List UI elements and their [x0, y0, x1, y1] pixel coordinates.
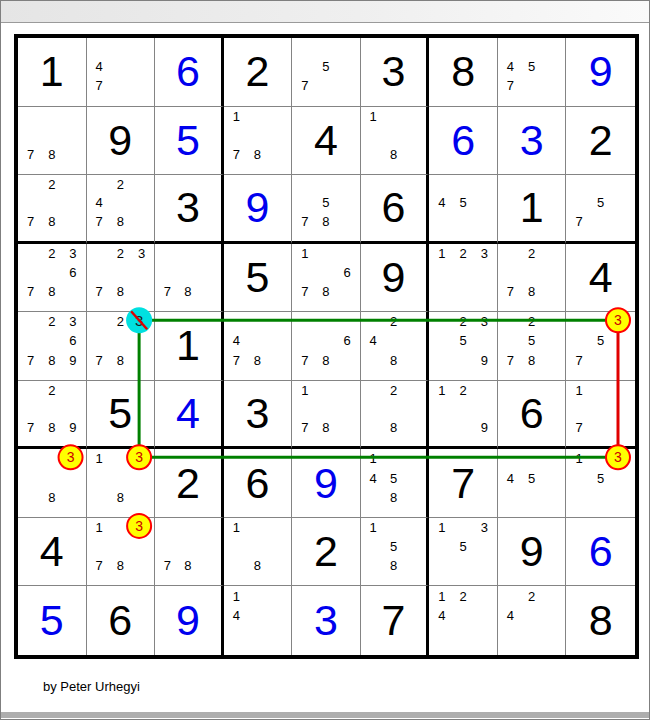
cell-r7c5[interactable]: 9: [292, 449, 361, 518]
candidate-digit: 4: [89, 194, 110, 213]
candidate-slot-empty: [611, 449, 633, 468]
candidate-slot-empty: [20, 399, 41, 418]
candidate-slot-empty: [453, 606, 474, 626]
candidate-slot-empty: [431, 312, 452, 331]
candidate-digit: 7: [20, 418, 41, 437]
candidate-slot-empty: [315, 38, 336, 57]
candidate-slot-empty: [315, 175, 336, 194]
candidate-slot-empty: [110, 76, 131, 95]
candidate-slot-empty: [131, 212, 152, 231]
candidate-digit: 8: [315, 418, 336, 437]
candidate-slot-empty: [20, 312, 41, 331]
candidate-slot-empty: [226, 537, 247, 556]
given-digit: 1: [498, 175, 566, 241]
cell-r8c2[interactable]: 178: [87, 518, 156, 587]
cell-r2c2[interactable]: 9: [87, 107, 156, 176]
cell-r3c1[interactable]: 278: [18, 175, 87, 244]
candidate-grid: 1678: [292, 244, 360, 312]
candidate-slot-empty: [268, 331, 289, 350]
candidate-grid: 24: [498, 586, 566, 655]
candidate-digit: 8: [178, 556, 199, 575]
cell-r1c8[interactable]: 457: [498, 38, 567, 107]
candidate-digit: 7: [294, 282, 315, 301]
candidate-digit: 8: [247, 145, 268, 164]
candidate-digit: 8: [110, 282, 131, 301]
candidate-digit: 5: [383, 469, 404, 488]
candidate-digit: 7: [568, 351, 590, 370]
candidate-digit: 7: [226, 351, 247, 370]
cell-r3c3[interactable]: 3: [155, 175, 224, 244]
cell-r2c9[interactable]: 2: [566, 107, 635, 176]
candidate-slot-empty: [62, 282, 83, 301]
cell-r6c2[interactable]: 5: [87, 381, 156, 450]
candidate-slot-empty: [157, 518, 178, 537]
candidate-digit: 8: [315, 282, 336, 301]
candidate-slot-empty: [247, 126, 268, 145]
candidate-slot-empty: [62, 381, 83, 400]
candidate-digit: 1: [89, 449, 110, 468]
cell-r1c9[interactable]: 9: [566, 38, 635, 107]
candidate-slot-empty: [404, 351, 425, 370]
candidate-digit: 5: [453, 194, 474, 213]
cell-r3c5[interactable]: 578: [292, 175, 361, 244]
candidate-digit: 4: [363, 469, 384, 488]
candidate-slot-empty: [41, 449, 62, 468]
given-digit: 8: [429, 38, 497, 106]
candidate-slot-empty: [178, 263, 199, 282]
cell-r8c3[interactable]: 78: [155, 518, 224, 587]
cell-r2c7[interactable]: 6: [429, 107, 498, 176]
candidate-slot-empty: [268, 625, 289, 645]
candidate-grid: 17: [566, 381, 635, 447]
candidate-slot-empty: [131, 488, 152, 507]
candidate-slot-empty: [89, 38, 110, 57]
candidate-digit: 5: [590, 469, 612, 488]
candidate-slot-empty: [131, 194, 152, 213]
cell-r9c3[interactable]: 9: [155, 586, 224, 655]
candidate-digit: 1: [431, 381, 452, 400]
cell-r3c7[interactable]: 45: [429, 175, 498, 244]
cell-r7c3[interactable]: 2: [155, 449, 224, 518]
candidate-slot-empty: [268, 107, 289, 126]
candidate-grid: 1458: [361, 449, 427, 517]
candidate-digit: 8: [383, 351, 404, 370]
candidate-grid: 278: [498, 244, 566, 312]
cell-r5c9[interactable]: 57: [566, 312, 635, 381]
candidate-slot-empty: [363, 418, 384, 437]
candidate-digit: 7: [89, 212, 110, 231]
cell-r5c2[interactable]: 278: [87, 312, 156, 381]
candidate-slot-empty: [404, 107, 425, 126]
candidate-slot-empty: [453, 351, 474, 370]
candidate-digit: 8: [383, 145, 404, 164]
candidate-slot-empty: [89, 537, 110, 556]
candidate-slot-empty: [157, 537, 178, 556]
candidate-slot-empty: [431, 212, 452, 231]
candidate-slot-empty: [110, 469, 131, 488]
cell-r5c3[interactable]: 1: [155, 312, 224, 381]
cell-r9c9[interactable]: 8: [566, 586, 635, 655]
candidate-digit: 7: [20, 351, 41, 370]
cell-r2c5[interactable]: 4: [292, 107, 361, 176]
candidate-slot-empty: [89, 175, 110, 194]
cell-r1c5[interactable]: 57: [292, 38, 361, 107]
candidate-slot-empty: [198, 556, 219, 575]
candidate-slot-empty: [431, 351, 452, 370]
candidate-slot-empty: [337, 351, 358, 370]
cell-r6c3[interactable]: 4: [155, 381, 224, 450]
candidate-slot-empty: [521, 38, 542, 57]
candidate-slot-empty: [611, 399, 633, 418]
cell-r4c4[interactable]: 5: [224, 244, 293, 313]
candidate-digit: 8: [521, 351, 542, 370]
cell-r7c6[interactable]: 1458: [361, 449, 430, 518]
candidate-slot-empty: [247, 312, 268, 331]
cell-r5c7[interactable]: 2359: [429, 312, 498, 381]
cell-r4c7[interactable]: 123: [429, 244, 498, 313]
cell-r4c2[interactable]: 2378: [87, 244, 156, 313]
candidate-digit: 8: [315, 212, 336, 231]
cell-r2c3[interactable]: 5: [155, 107, 224, 176]
candidate-digit: 7: [157, 282, 178, 301]
candidate-digit: 5: [521, 57, 542, 76]
given-digit: 6: [87, 586, 155, 655]
candidate-slot-empty: [474, 625, 495, 645]
cell-r3c8[interactable]: 1: [498, 175, 567, 244]
cell-r5c8[interactable]: 2578: [498, 312, 567, 381]
candidate-grid: 45: [429, 175, 497, 241]
candidate-slot-empty: [337, 175, 358, 194]
cell-r8c5[interactable]: 2: [292, 518, 361, 587]
cell-r9c2[interactable]: 6: [87, 586, 156, 655]
cell-r9c6[interactable]: 7: [361, 586, 430, 655]
candidate-slot-empty: [542, 263, 563, 282]
candidate-slot-empty: [337, 57, 358, 76]
candidate-digit: 8: [383, 556, 404, 575]
candidate-slot-empty: [611, 488, 633, 507]
cell-r1c7[interactable]: 8: [429, 38, 498, 107]
candidate-digit: 7: [20, 212, 41, 231]
candidate-slot-empty: [500, 488, 521, 507]
cell-r8c7[interactable]: 135: [429, 518, 498, 587]
cell-r7c4[interactable]: 6: [224, 449, 293, 518]
candidate-slot-empty: [542, 57, 563, 76]
cell-r4c5[interactable]: 1678: [292, 244, 361, 313]
candidate-grid: 478: [224, 312, 292, 380]
cell-r9c8[interactable]: 24: [498, 586, 567, 655]
candidate-digit: 2: [453, 586, 474, 606]
candidate-slot-empty: [611, 175, 633, 194]
candidate-slot-empty: [474, 331, 495, 350]
candidate-slot-empty: [20, 449, 41, 468]
cell-r4c9[interactable]: 4: [566, 244, 635, 313]
candidate-digit: 4: [89, 57, 110, 76]
candidate-grid: 2578: [498, 312, 566, 380]
candidate-slot-empty: [383, 399, 404, 418]
candidate-slot-empty: [337, 282, 358, 301]
candidate-grid: 457: [498, 38, 566, 106]
cell-r5c1[interactable]: 236789: [18, 312, 87, 381]
candidate-digit: 2: [41, 244, 62, 263]
candidate-slot-empty: [247, 331, 268, 350]
candidate-slot-empty: [315, 381, 336, 400]
candidate-digit: 7: [568, 418, 590, 437]
cell-r9c7[interactable]: 124: [429, 586, 498, 655]
cell-r8c8[interactable]: 9: [498, 518, 567, 587]
cell-r8c4[interactable]: 18: [224, 518, 293, 587]
candidate-slot-empty: [198, 244, 219, 263]
candidate-grid: 178: [292, 381, 360, 447]
candidate-slot-empty: [268, 586, 289, 606]
candidate-slot-empty: [110, 537, 131, 556]
candidate-slot-empty: [383, 126, 404, 145]
cell-r1c6[interactable]: 3: [361, 38, 430, 107]
cell-r1c2[interactable]: 47: [87, 38, 156, 107]
candidate-digit: 5: [453, 331, 474, 350]
candidate-slot-empty: [453, 625, 474, 645]
candidate-digit: 1: [363, 518, 384, 537]
candidate-slot-empty: [453, 263, 474, 282]
candidate-slot-empty: [337, 76, 358, 95]
cell-r9c5[interactable]: 3: [292, 586, 361, 655]
candidate-slot-empty: [611, 331, 633, 350]
candidate-slot-empty: [521, 488, 542, 507]
candidate-grid: 578: [292, 175, 360, 241]
candidate-slot-empty: [542, 244, 563, 263]
candidate-slot-empty: [363, 312, 384, 331]
candidate-grid: 129: [429, 381, 497, 447]
sudoku-window: { "game": "sudoku", "position": "1062038…: [0, 0, 650, 720]
candidate-digit: 3: [62, 312, 83, 331]
given-digit: 5: [87, 381, 155, 447]
candidate-slot-empty: [500, 331, 521, 350]
cell-r8c1[interactable]: 4: [18, 518, 87, 587]
candidate-slot-empty: [62, 194, 83, 213]
cell-r1c1[interactable]: 1: [18, 38, 87, 107]
candidate-digit: 1: [226, 586, 247, 606]
candidate-digit: 1: [568, 381, 590, 400]
candidate-slot-empty: [294, 38, 315, 57]
cell-r3c2[interactable]: 2478: [87, 175, 156, 244]
given-digit: 9: [498, 518, 566, 586]
candidate-slot-empty: [110, 449, 131, 468]
candidate-digit: 1: [89, 518, 110, 537]
candidate-slot-empty: [131, 38, 152, 57]
cell-r3c6[interactable]: 6: [361, 175, 430, 244]
candidate-grid: 236789: [18, 312, 86, 380]
candidate-slot-empty: [41, 469, 62, 488]
candidate-grid: 78: [155, 518, 221, 586]
candidate-grid: 178: [224, 107, 292, 175]
candidate-slot-empty: [474, 606, 495, 626]
cell-r9c1[interactable]: 5: [18, 586, 87, 655]
candidate-digit: 2: [383, 312, 404, 331]
candidate-slot-empty: [337, 38, 358, 57]
candidate-slot-empty: [404, 399, 425, 418]
candidate-slot-empty: [110, 331, 131, 350]
candidate-slot-empty: [62, 469, 83, 488]
cell-r3c4[interactable]: 9: [224, 175, 293, 244]
candidate-digit: 5: [383, 537, 404, 556]
candidate-digit: 3: [474, 518, 495, 537]
candidate-digit: 8: [110, 212, 131, 231]
cell-r5c4[interactable]: 478: [224, 312, 293, 381]
candidate-slot-empty: [568, 331, 590, 350]
candidate-slot-empty: [404, 488, 425, 507]
candidate-slot-empty: [542, 282, 563, 301]
cell-r4c1[interactable]: 23678: [18, 244, 87, 313]
candidate-slot-empty: [500, 449, 521, 468]
cell-r7c2[interactable]: 18: [87, 449, 156, 518]
solved-digit: 6: [155, 38, 221, 106]
cell-r6c4[interactable]: 3: [224, 381, 293, 450]
cell-r1c4[interactable]: 2: [224, 38, 293, 107]
candidate-grid: 57: [292, 38, 360, 106]
candidate-digit: 9: [474, 351, 495, 370]
candidate-slot-empty: [226, 126, 247, 145]
candidate-digit: 4: [431, 194, 452, 213]
candidate-slot-empty: [131, 175, 152, 194]
candidate-digit: 8: [41, 212, 62, 231]
cell-r6c9[interactable]: 17: [566, 381, 635, 450]
candidate-slot-empty: [20, 244, 41, 263]
candidate-slot-empty: [363, 488, 384, 507]
cell-r9c4[interactable]: 14: [224, 586, 293, 655]
candidate-grid: 18: [361, 107, 427, 175]
candidate-slot-empty: [521, 625, 542, 645]
solved-digit: 6: [429, 107, 497, 175]
cell-r2c6[interactable]: 18: [361, 107, 430, 176]
candidate-slot-empty: [110, 518, 131, 537]
cell-r2c8[interactable]: 3: [498, 107, 567, 176]
cell-r6c1[interactable]: 2789: [18, 381, 87, 450]
candidate-slot-empty: [404, 518, 425, 537]
cell-r4c3[interactable]: 78: [155, 244, 224, 313]
given-digit: 3: [155, 175, 221, 241]
solved-digit: 3: [292, 586, 360, 655]
candidate-slot-empty: [198, 537, 219, 556]
given-digit: 6: [224, 449, 292, 517]
candidate-slot-empty: [521, 76, 542, 95]
candidate-digit: 2: [110, 244, 131, 263]
candidate-slot-empty: [521, 449, 542, 468]
candidate-slot-empty: [474, 586, 495, 606]
candidate-digit: 4: [500, 606, 521, 626]
given-digit: 1: [18, 38, 86, 106]
candidate-slot-empty: [568, 469, 590, 488]
candidate-slot-empty: [453, 418, 474, 437]
candidate-slot-empty: [268, 312, 289, 331]
candidate-slot-empty: [611, 312, 633, 331]
cell-r2c1[interactable]: 78: [18, 107, 87, 176]
candidate-digit: 1: [294, 244, 315, 263]
puzzle-credit: by Peter Urhegyi: [43, 679, 140, 694]
candidate-digit: 3: [474, 312, 495, 331]
candidate-slot-empty: [198, 263, 219, 282]
candidate-slot-empty: [383, 518, 404, 537]
candidate-slot-empty: [404, 126, 425, 145]
candidate-slot-empty: [294, 399, 315, 418]
cell-r7c9[interactable]: 15: [566, 449, 635, 518]
cell-r5c5[interactable]: 678: [292, 312, 361, 381]
candidate-slot-empty: [89, 312, 110, 331]
candidate-slot-empty: [431, 175, 452, 194]
candidate-digit: 8: [41, 351, 62, 370]
candidate-digit: 1: [226, 107, 247, 126]
candidate-slot-empty: [383, 107, 404, 126]
candidate-slot-empty: [500, 586, 521, 606]
cell-r5c6[interactable]: 248: [361, 312, 430, 381]
cell-r7c1[interactable]: 8: [18, 449, 87, 518]
cell-r8c9[interactable]: 6: [566, 518, 635, 587]
given-digit: 8: [566, 586, 635, 655]
candidate-grid: 178: [87, 518, 155, 586]
candidate-slot-empty: [542, 625, 563, 645]
candidate-slot-empty: [20, 469, 41, 488]
candidate-digit: 1: [431, 518, 452, 537]
candidate-slot-empty: [110, 194, 131, 213]
candidate-slot-empty: [337, 381, 358, 400]
cell-r6c7[interactable]: 129: [429, 381, 498, 450]
candidate-digit: 8: [383, 488, 404, 507]
cell-r1c3[interactable]: 6: [155, 38, 224, 107]
candidate-digit: 7: [89, 76, 110, 95]
given-digit: 7: [361, 586, 427, 655]
candidate-slot-empty: [294, 263, 315, 282]
given-digit: 9: [361, 244, 427, 312]
candidate-grid: 23678: [18, 244, 86, 312]
candidate-grid: 124: [429, 586, 497, 655]
candidate-slot-empty: [363, 351, 384, 370]
cell-r8c6[interactable]: 158: [361, 518, 430, 587]
candidate-digit: 8: [110, 556, 131, 575]
cell-r7c7[interactable]: 7: [429, 449, 498, 518]
candidate-slot-empty: [521, 606, 542, 626]
candidate-slot-empty: [568, 488, 590, 507]
candidate-slot-empty: [590, 351, 612, 370]
cell-r6c6[interactable]: 28: [361, 381, 430, 450]
candidate-grid: 18: [87, 449, 155, 517]
candidate-slot-empty: [404, 469, 425, 488]
candidate-slot-empty: [41, 126, 62, 145]
candidate-slot-empty: [431, 263, 452, 282]
cell-r4c8[interactable]: 278: [498, 244, 567, 313]
candidate-digit: 2: [521, 244, 542, 263]
candidate-slot-empty: [131, 312, 152, 331]
candidate-slot-empty: [294, 331, 315, 350]
cell-r6c5[interactable]: 178: [292, 381, 361, 450]
given-digit: 3: [224, 381, 292, 447]
candidate-slot-empty: [568, 312, 590, 331]
candidate-grid: 78: [18, 107, 86, 175]
cell-r3c9[interactable]: 57: [566, 175, 635, 244]
candidate-digit: 7: [226, 145, 247, 164]
cell-r2c4[interactable]: 178: [224, 107, 293, 176]
candidate-digit: 4: [431, 606, 452, 626]
candidate-slot-empty: [131, 556, 152, 575]
candidate-slot-empty: [404, 145, 425, 164]
candidate-slot-empty: [404, 449, 425, 468]
candidate-grid: 2478: [87, 175, 155, 241]
candidate-slot-empty: [20, 331, 41, 350]
cell-r4c6[interactable]: 9: [361, 244, 430, 313]
cell-r7c8[interactable]: 45: [498, 449, 567, 518]
candidate-grid: 123: [429, 244, 497, 312]
cell-r6c8[interactable]: 6: [498, 381, 567, 450]
candidate-grid: 47: [87, 38, 155, 106]
given-digit: 7: [429, 449, 497, 517]
given-digit: 2: [224, 38, 292, 106]
